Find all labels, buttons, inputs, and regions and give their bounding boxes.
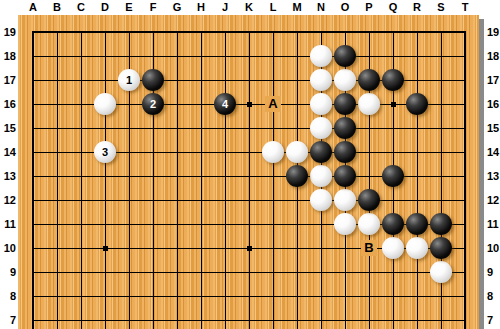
grid-line-vertical-R: [417, 31, 418, 329]
coord-label-top-J: J: [215, 0, 235, 14]
coord-label-left-16: 16: [0, 97, 16, 111]
stone-white-O17[interactable]: [334, 69, 356, 91]
stone-black-J16[interactable]: 4: [214, 93, 236, 115]
coord-label-top-L: L: [263, 0, 283, 14]
stone-black-O14[interactable]: [334, 141, 356, 163]
coord-label-right-13: 13: [487, 169, 500, 183]
stone-white-L14[interactable]: [262, 141, 284, 163]
grid-line-horizontal-15: [32, 128, 466, 129]
coord-label-right-16: 16: [487, 97, 500, 111]
board-drop-shadow: [479, 19, 484, 329]
coord-label-right-18: 18: [487, 49, 500, 63]
coord-label-right-7: 7: [487, 313, 500, 327]
coord-label-right-19: 19: [487, 25, 500, 39]
stone-white-D16[interactable]: [94, 93, 116, 115]
grid-line-vertical-K: [249, 31, 250, 329]
grid-line-horizontal-9: [32, 272, 466, 273]
stone-black-R16[interactable]: [406, 93, 428, 115]
coord-label-top-A: A: [23, 0, 43, 14]
stone-black-F17[interactable]: [142, 69, 164, 91]
grid-line-vertical-L: [273, 31, 274, 329]
grid-line-vertical-G: [177, 31, 178, 329]
grid-line-vertical-H: [201, 31, 202, 329]
coord-label-right-15: 15: [487, 121, 500, 135]
stone-black-O13[interactable]: [334, 165, 356, 187]
stone-black-Q11[interactable]: [382, 213, 404, 235]
stone-white-N16[interactable]: [310, 93, 332, 115]
stone-white-P11[interactable]: [358, 213, 380, 235]
coord-label-top-S: S: [431, 0, 451, 14]
stone-white-E17[interactable]: 1: [118, 69, 140, 91]
stone-black-P12[interactable]: [358, 189, 380, 211]
grid-line-vertical-J: [225, 31, 226, 329]
coord-label-top-O: O: [335, 0, 355, 14]
coord-label-top-P: P: [359, 0, 379, 14]
stone-white-N15[interactable]: [310, 117, 332, 139]
stone-black-Q13[interactable]: [382, 165, 404, 187]
coord-label-top-H: H: [191, 0, 211, 14]
coord-label-left-7: 7: [0, 313, 16, 327]
grid-line-horizontal-18: [32, 56, 466, 57]
stone-white-M14[interactable]: [286, 141, 308, 163]
stone-white-D14[interactable]: 3: [94, 141, 116, 163]
stone-white-N17[interactable]: [310, 69, 332, 91]
coord-label-right-17: 17: [487, 73, 500, 87]
coord-label-top-E: E: [119, 0, 139, 14]
coord-label-left-18: 18: [0, 49, 16, 63]
coord-label-left-19: 19: [0, 25, 16, 39]
grid-line-vertical-D: [105, 31, 106, 329]
coord-label-right-8: 8: [487, 289, 500, 303]
label-mark-A[interactable]: A: [265, 96, 281, 112]
stone-white-S9[interactable]: [430, 261, 452, 283]
star-point-K16: [247, 102, 252, 107]
coord-label-top-N: N: [311, 0, 331, 14]
stone-white-N18[interactable]: [310, 45, 332, 67]
coord-label-left-15: 15: [0, 121, 16, 135]
grid-line-vertical-B: [57, 31, 58, 329]
star-point-K10: [247, 246, 252, 251]
stone-black-P17[interactable]: [358, 69, 380, 91]
label-mark-B[interactable]: B: [361, 240, 377, 256]
stone-black-O18[interactable]: [334, 45, 356, 67]
star-point-D10: [103, 246, 108, 251]
coord-label-right-14: 14: [487, 145, 500, 159]
stone-black-N14[interactable]: [310, 141, 332, 163]
stone-black-Q17[interactable]: [382, 69, 404, 91]
coord-label-right-12: 12: [487, 193, 500, 207]
coord-label-top-Q: Q: [383, 0, 403, 14]
coord-label-left-10: 10: [0, 241, 16, 255]
stone-black-M13[interactable]: [286, 165, 308, 187]
grid-line-horizontal-7: [32, 320, 466, 321]
stone-black-R11[interactable]: [406, 213, 428, 235]
grid-line-vertical-T: [464, 31, 466, 329]
coord-label-top-D: D: [95, 0, 115, 14]
stone-black-S10[interactable]: [430, 237, 452, 259]
go-diagram-page: ABCDEFGHJKLMNOPQRST191918181717161615151…: [0, 0, 500, 329]
stone-white-R10[interactable]: [406, 237, 428, 259]
coord-label-left-9: 9: [0, 265, 16, 279]
coord-label-top-R: R: [407, 0, 427, 14]
stone-white-P16[interactable]: [358, 93, 380, 115]
coord-label-top-C: C: [71, 0, 91, 14]
stone-black-S11[interactable]: [430, 213, 452, 235]
grid-line-horizontal-12: [32, 200, 466, 201]
coord-label-top-T: T: [455, 0, 475, 14]
grid-line-vertical-S: [441, 31, 442, 329]
coord-label-right-10: 10: [487, 241, 500, 255]
coord-label-left-13: 13: [0, 169, 16, 183]
grid-line-vertical-C: [81, 31, 82, 329]
stone-black-O15[interactable]: [334, 117, 356, 139]
stone-white-O11[interactable]: [334, 213, 356, 235]
coord-label-top-B: B: [47, 0, 67, 14]
coord-label-left-8: 8: [0, 289, 16, 303]
coord-label-left-11: 11: [0, 217, 16, 231]
coord-label-top-G: G: [167, 0, 187, 14]
stone-white-O12[interactable]: [334, 189, 356, 211]
grid-line-horizontal-8: [32, 296, 466, 297]
coord-label-left-14: 14: [0, 145, 16, 159]
grid-line-vertical-A: [32, 31, 34, 329]
coord-label-right-9: 9: [487, 265, 500, 279]
grid-line-horizontal-19: [32, 31, 466, 33]
coord-label-top-F: F: [143, 0, 163, 14]
stone-white-Q10[interactable]: [382, 237, 404, 259]
coord-label-right-11: 11: [487, 217, 500, 231]
coord-label-top-M: M: [287, 0, 307, 14]
stone-black-F16[interactable]: 2: [142, 93, 164, 115]
coord-label-left-12: 12: [0, 193, 16, 207]
star-point-Q16: [391, 102, 396, 107]
stone-black-O16[interactable]: [334, 93, 356, 115]
coord-label-top-K: K: [239, 0, 259, 14]
coord-label-left-17: 17: [0, 73, 16, 87]
stone-white-N13[interactable]: [310, 165, 332, 187]
stone-white-N12[interactable]: [310, 189, 332, 211]
